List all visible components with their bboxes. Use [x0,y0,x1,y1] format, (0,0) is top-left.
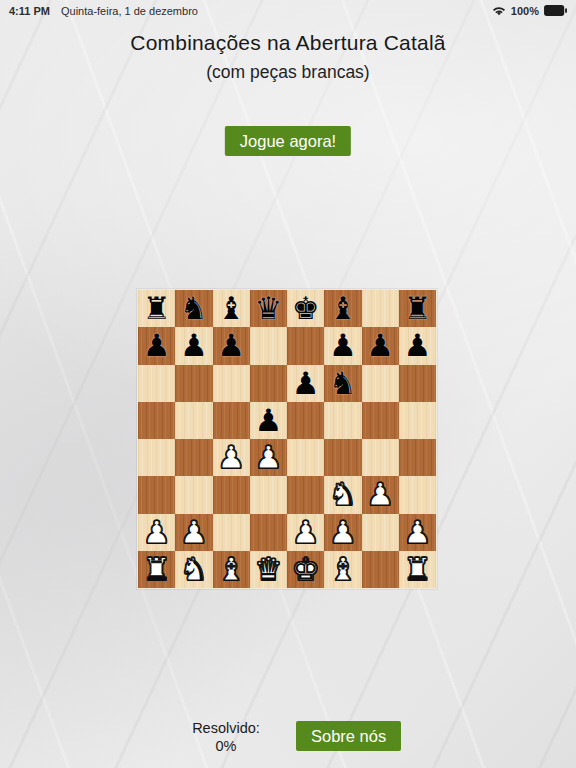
square-b4[interactable] [175,439,212,476]
square-c5[interactable] [213,402,250,439]
white-rook-piece: ♜ [143,554,171,585]
square-d2[interactable] [250,514,287,551]
white-queen-piece: ♛ [254,554,282,585]
square-e4[interactable] [287,439,324,476]
square-g8[interactable] [362,290,399,327]
white-king-piece: ♚ [292,554,320,585]
white-pawn-piece: ♟ [403,517,431,548]
square-b7[interactable]: ♟ [175,327,212,364]
app-screen: 4:11 PM Quinta-feira, 1 de dezembro 100%… [0,0,576,768]
black-king-piece: ♚ [292,293,320,324]
resolved-status: Resolvido: 0% [161,719,291,755]
square-c1[interactable]: ♝ [213,551,250,588]
square-b6[interactable] [175,365,212,402]
white-pawn-piece: ♟ [329,517,357,548]
square-f8[interactable]: ♝ [324,290,361,327]
square-e2[interactable]: ♟ [287,514,324,551]
black-pawn-piece: ♟ [143,330,171,361]
status-bar: 4:11 PM Quinta-feira, 1 de dezembro 100% [0,0,576,19]
square-g1[interactable] [362,551,399,588]
square-h5[interactable] [399,402,436,439]
black-pawn-piece: ♟ [180,330,208,361]
page-subtitle: (com peças brancas) [0,62,576,83]
white-pawn-piece: ♟ [254,442,282,473]
white-rook-piece: ♜ [403,554,431,585]
square-g7[interactable]: ♟ [362,327,399,364]
black-queen-piece: ♛ [254,293,282,324]
square-f5[interactable] [324,402,361,439]
square-g5[interactable] [362,402,399,439]
square-e3[interactable] [287,476,324,513]
black-pawn-piece: ♟ [329,330,357,361]
chess-board[interactable]: ♜♞♝♛♚♝♜♟♟♟♟♟♟♟♞♟♟♟♞♟♟♟♟♟♟♜♞♝♛♚♝♜ [137,289,437,589]
status-date: Quinta-feira, 1 de dezembro [61,5,198,17]
square-a6[interactable] [138,365,175,402]
resolved-value: 0% [161,737,291,755]
square-c2[interactable] [213,514,250,551]
square-a4[interactable] [138,439,175,476]
square-d8[interactable]: ♛ [250,290,287,327]
black-pawn-piece: ♟ [403,330,431,361]
square-d5[interactable]: ♟ [250,402,287,439]
black-pawn-piece: ♟ [366,330,394,361]
black-rook-piece: ♜ [403,293,431,324]
square-g3[interactable]: ♟ [362,476,399,513]
white-pawn-piece: ♟ [292,517,320,548]
square-f1[interactable]: ♝ [324,551,361,588]
wifi-icon [492,5,506,16]
square-g4[interactable] [362,439,399,476]
square-b2[interactable]: ♟ [175,514,212,551]
square-e6[interactable]: ♟ [287,365,324,402]
square-f3[interactable]: ♞ [324,476,361,513]
white-pawn-piece: ♟ [143,517,171,548]
square-h7[interactable]: ♟ [399,327,436,364]
white-bishop-piece: ♝ [217,554,245,585]
battery-full-icon [544,5,567,16]
page-title: Combinações na Abertura Catalã [0,31,576,55]
black-knight-piece: ♞ [329,368,357,399]
square-a7[interactable]: ♟ [138,327,175,364]
status-left: 4:11 PM Quinta-feira, 1 de dezembro [9,5,198,17]
square-a8[interactable]: ♜ [138,290,175,327]
black-rook-piece: ♜ [143,293,171,324]
square-e7[interactable] [287,327,324,364]
square-h3[interactable] [399,476,436,513]
white-pawn-piece: ♟ [366,479,394,510]
battery-percent: 100% [511,5,539,17]
square-d6[interactable] [250,365,287,402]
status-right: 100% [492,5,567,17]
square-d7[interactable] [250,327,287,364]
resolved-label: Resolvido: [161,719,291,737]
black-knight-piece: ♞ [180,293,208,324]
square-h6[interactable] [399,365,436,402]
square-f6[interactable]: ♞ [324,365,361,402]
white-pawn-piece: ♟ [217,442,245,473]
about-button[interactable]: Sobre nós [296,721,401,751]
square-g2[interactable] [362,514,399,551]
square-d3[interactable] [250,476,287,513]
square-h4[interactable] [399,439,436,476]
square-f2[interactable]: ♟ [324,514,361,551]
play-now-button[interactable]: Jogue agora! [225,126,351,156]
status-time: 4:11 PM [9,5,50,17]
square-h1[interactable]: ♜ [399,551,436,588]
white-knight-piece: ♞ [329,479,357,510]
square-f7[interactable]: ♟ [324,327,361,364]
square-d1[interactable]: ♛ [250,551,287,588]
square-h8[interactable]: ♜ [399,290,436,327]
white-bishop-piece: ♝ [329,554,357,585]
square-c7[interactable]: ♟ [213,327,250,364]
square-a5[interactable] [138,402,175,439]
square-a2[interactable]: ♟ [138,514,175,551]
square-b1[interactable]: ♞ [175,551,212,588]
black-bishop-piece: ♝ [329,293,357,324]
square-c6[interactable] [213,365,250,402]
black-pawn-piece: ♟ [217,330,245,361]
square-c8[interactable]: ♝ [213,290,250,327]
square-d4[interactable]: ♟ [250,439,287,476]
square-a1[interactable]: ♜ [138,551,175,588]
square-b5[interactable] [175,402,212,439]
square-f4[interactable] [324,439,361,476]
square-c4[interactable]: ♟ [213,439,250,476]
square-b8[interactable]: ♞ [175,290,212,327]
square-g6[interactable] [362,365,399,402]
black-pawn-piece: ♟ [254,405,282,436]
white-pawn-piece: ♟ [180,517,208,548]
square-h2[interactable]: ♟ [399,514,436,551]
white-knight-piece: ♞ [180,554,208,585]
square-a3[interactable] [138,476,175,513]
square-b3[interactable] [175,476,212,513]
square-e1[interactable]: ♚ [287,551,324,588]
black-pawn-piece: ♟ [292,368,320,399]
black-bishop-piece: ♝ [217,293,245,324]
square-e5[interactable] [287,402,324,439]
square-e8[interactable]: ♚ [287,290,324,327]
square-c3[interactable] [213,476,250,513]
